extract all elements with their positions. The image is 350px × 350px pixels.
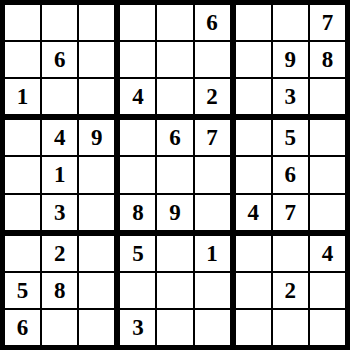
box-r1c1: 61: [5, 5, 114, 114]
cell-r1c1[interactable]: [5, 5, 40, 40]
cell-r3c3[interactable]: [79, 79, 114, 114]
box-r3c2: 513: [120, 236, 229, 345]
cell-r2c2: 6: [42, 42, 77, 77]
cell-r2c4[interactable]: [120, 42, 155, 77]
cell-r3c1: 1: [5, 79, 40, 114]
cell-r9c8[interactable]: [273, 310, 308, 345]
cell-r1c3[interactable]: [79, 5, 114, 40]
sudoku-board: 616427983491367895647258651342: [0, 0, 350, 350]
box-r2c3: 5647: [236, 120, 345, 229]
cell-r3c8: 3: [273, 79, 308, 114]
cell-r3c5[interactable]: [157, 79, 192, 114]
cell-r8c9[interactable]: [310, 273, 345, 308]
cell-r2c1[interactable]: [5, 42, 40, 77]
cell-r9c4: 3: [120, 310, 155, 345]
cell-r5c7[interactable]: [236, 157, 271, 192]
cell-r6c8: 7: [273, 195, 308, 230]
cell-r1c6: 6: [195, 5, 230, 40]
cell-r5c3[interactable]: [79, 157, 114, 192]
cell-r3c9[interactable]: [310, 79, 345, 114]
cell-r9c2[interactable]: [42, 310, 77, 345]
cell-r5c8: 6: [273, 157, 308, 192]
cell-r4c1[interactable]: [5, 120, 40, 155]
cell-r9c5[interactable]: [157, 310, 192, 345]
cell-r4c6: 7: [195, 120, 230, 155]
cell-r7c6: 1: [195, 236, 230, 271]
cell-r2c8: 9: [273, 42, 308, 77]
cell-r4c7[interactable]: [236, 120, 271, 155]
cell-r5c1[interactable]: [5, 157, 40, 192]
cell-r3c7[interactable]: [236, 79, 271, 114]
cell-r1c5[interactable]: [157, 5, 192, 40]
cell-r3c6: 2: [195, 79, 230, 114]
cell-r4c3: 9: [79, 120, 114, 155]
cell-r1c4[interactable]: [120, 5, 155, 40]
box-r1c3: 7983: [236, 5, 345, 114]
cell-r9c7[interactable]: [236, 310, 271, 345]
cell-r8c8: 2: [273, 273, 308, 308]
cell-r8c2: 8: [42, 273, 77, 308]
cell-r8c3[interactable]: [79, 273, 114, 308]
cell-r1c9: 7: [310, 5, 345, 40]
cell-r6c7: 4: [236, 195, 271, 230]
cell-r6c3[interactable]: [79, 195, 114, 230]
cell-r9c9[interactable]: [310, 310, 345, 345]
cell-r5c6[interactable]: [195, 157, 230, 192]
cell-r7c1[interactable]: [5, 236, 40, 271]
cell-r4c4[interactable]: [120, 120, 155, 155]
cell-r8c1: 5: [5, 273, 40, 308]
cell-r9c3[interactable]: [79, 310, 114, 345]
cell-r3c2[interactable]: [42, 79, 77, 114]
cell-r7c4: 5: [120, 236, 155, 271]
cell-r4c9[interactable]: [310, 120, 345, 155]
box-r2c1: 4913: [5, 120, 114, 229]
cell-r2c9: 8: [310, 42, 345, 77]
box-r3c1: 2586: [5, 236, 114, 345]
cell-r7c7[interactable]: [236, 236, 271, 271]
cell-r5c2: 1: [42, 157, 77, 192]
cell-r4c2: 4: [42, 120, 77, 155]
cell-r4c8: 5: [273, 120, 308, 155]
cell-r7c5[interactable]: [157, 236, 192, 271]
cell-r6c6[interactable]: [195, 195, 230, 230]
cell-r1c7[interactable]: [236, 5, 271, 40]
cell-r5c4[interactable]: [120, 157, 155, 192]
cell-r7c2: 2: [42, 236, 77, 271]
cell-r1c2[interactable]: [42, 5, 77, 40]
box-r2c2: 6789: [120, 120, 229, 229]
cell-r7c9: 4: [310, 236, 345, 271]
cell-r1c8[interactable]: [273, 5, 308, 40]
cell-r7c3[interactable]: [79, 236, 114, 271]
cell-r9c1: 6: [5, 310, 40, 345]
cell-r3c4: 4: [120, 79, 155, 114]
cell-r2c6[interactable]: [195, 42, 230, 77]
cell-r5c9[interactable]: [310, 157, 345, 192]
cell-r4c5: 6: [157, 120, 192, 155]
cell-r2c7[interactable]: [236, 42, 271, 77]
cell-r2c5[interactable]: [157, 42, 192, 77]
cell-r8c7[interactable]: [236, 273, 271, 308]
box-r1c2: 642: [120, 5, 229, 114]
box-r3c3: 42: [236, 236, 345, 345]
cell-r6c9[interactable]: [310, 195, 345, 230]
cell-r6c5: 9: [157, 195, 192, 230]
cell-r6c4: 8: [120, 195, 155, 230]
cell-r7c8[interactable]: [273, 236, 308, 271]
cell-r6c2: 3: [42, 195, 77, 230]
cell-r8c4[interactable]: [120, 273, 155, 308]
cell-r9c6[interactable]: [195, 310, 230, 345]
cell-r8c6[interactable]: [195, 273, 230, 308]
cell-r5c5[interactable]: [157, 157, 192, 192]
cell-r2c3[interactable]: [79, 42, 114, 77]
cell-r6c1[interactable]: [5, 195, 40, 230]
cell-r8c5[interactable]: [157, 273, 192, 308]
